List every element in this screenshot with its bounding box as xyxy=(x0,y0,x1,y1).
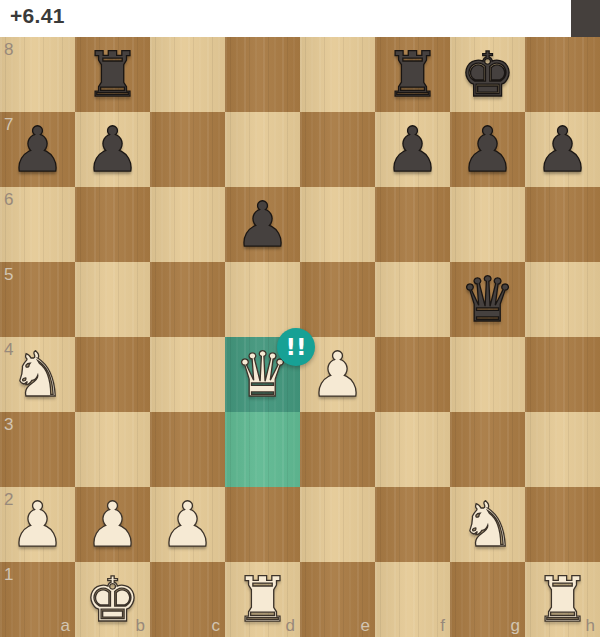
white-pawn-c2[interactable]: ♟ xyxy=(150,487,225,562)
black-king-g8[interactable]: ♚ xyxy=(450,37,525,112)
black-pawn-g7[interactable]: ♟ xyxy=(450,112,525,187)
square-g8[interactable]: ♚ xyxy=(450,37,525,112)
white-rook-d1[interactable]: ♜ xyxy=(225,562,300,637)
square-a4[interactable]: 4♞ xyxy=(0,337,75,412)
rank-label-8: 8 xyxy=(4,41,13,58)
square-b4[interactable] xyxy=(75,337,150,412)
square-e6[interactable] xyxy=(300,187,375,262)
square-e2[interactable] xyxy=(300,487,375,562)
chess-app-window: +6.41 8♜♜♚7♟♟♟♟♟6♟5♛4♞♛♟32♟♟♟♞1ab♚cd♜efg… xyxy=(0,0,600,637)
square-c2[interactable]: ♟ xyxy=(150,487,225,562)
square-f1[interactable]: f xyxy=(375,562,450,637)
square-h6[interactable] xyxy=(525,187,600,262)
white-king-b1[interactable]: ♚ xyxy=(75,562,150,637)
square-c5[interactable] xyxy=(150,262,225,337)
file-label-a: a xyxy=(61,617,70,634)
black-pawn-f7[interactable]: ♟ xyxy=(375,112,450,187)
square-a2[interactable]: 2♟ xyxy=(0,487,75,562)
header-corner-block xyxy=(571,0,600,37)
square-d1[interactable]: d♜ xyxy=(225,562,300,637)
square-e8[interactable] xyxy=(300,37,375,112)
square-a5[interactable]: 5 xyxy=(0,262,75,337)
square-g7[interactable]: ♟ xyxy=(450,112,525,187)
square-h4[interactable] xyxy=(525,337,600,412)
black-pawn-d6[interactable]: ♟ xyxy=(225,187,300,262)
square-f6[interactable] xyxy=(375,187,450,262)
square-d5[interactable] xyxy=(225,262,300,337)
white-rook-h1[interactable]: ♜ xyxy=(525,562,600,637)
square-f4[interactable] xyxy=(375,337,450,412)
white-pawn-a2[interactable]: ♟ xyxy=(0,487,75,562)
square-f8[interactable]: ♜ xyxy=(375,37,450,112)
file-label-c: c xyxy=(212,617,221,634)
white-pawn-b2[interactable]: ♟ xyxy=(75,487,150,562)
square-c6[interactable] xyxy=(150,187,225,262)
evaluation-header: +6.41 xyxy=(0,0,600,37)
white-knight-a4[interactable]: ♞ xyxy=(0,337,75,412)
square-b2[interactable]: ♟ xyxy=(75,487,150,562)
square-b5[interactable] xyxy=(75,262,150,337)
rank-label-5: 5 xyxy=(4,266,13,283)
square-a3[interactable]: 3 xyxy=(0,412,75,487)
file-label-f: f xyxy=(440,617,445,634)
square-d3[interactable] xyxy=(225,412,300,487)
square-c4[interactable] xyxy=(150,337,225,412)
square-a7[interactable]: 7♟ xyxy=(0,112,75,187)
square-c8[interactable] xyxy=(150,37,225,112)
square-g6[interactable] xyxy=(450,187,525,262)
square-g2[interactable]: ♞ xyxy=(450,487,525,562)
square-f3[interactable] xyxy=(375,412,450,487)
square-d8[interactable] xyxy=(225,37,300,112)
black-queen-g5[interactable]: ♛ xyxy=(450,262,525,337)
square-f7[interactable]: ♟ xyxy=(375,112,450,187)
square-b1[interactable]: b♚ xyxy=(75,562,150,637)
square-c1[interactable]: c xyxy=(150,562,225,637)
square-a1[interactable]: 1a xyxy=(0,562,75,637)
square-e5[interactable] xyxy=(300,262,375,337)
square-f2[interactable] xyxy=(375,487,450,562)
black-rook-b8[interactable]: ♜ xyxy=(75,37,150,112)
square-b7[interactable]: ♟ xyxy=(75,112,150,187)
square-c3[interactable] xyxy=(150,412,225,487)
black-pawn-h7[interactable]: ♟ xyxy=(525,112,600,187)
square-b3[interactable] xyxy=(75,412,150,487)
black-pawn-a7[interactable]: ♟ xyxy=(0,112,75,187)
square-h7[interactable]: ♟ xyxy=(525,112,600,187)
brilliant-move-text: !! xyxy=(286,336,307,359)
square-a8[interactable]: 8 xyxy=(0,37,75,112)
black-rook-f8[interactable]: ♜ xyxy=(375,37,450,112)
square-h3[interactable] xyxy=(525,412,600,487)
square-d7[interactable] xyxy=(225,112,300,187)
square-e7[interactable] xyxy=(300,112,375,187)
square-e3[interactable] xyxy=(300,412,375,487)
brilliant-move-badge: !! xyxy=(277,328,315,366)
square-b8[interactable]: ♜ xyxy=(75,37,150,112)
square-h2[interactable] xyxy=(525,487,600,562)
file-label-g: g xyxy=(511,617,520,634)
rank-label-3: 3 xyxy=(4,416,13,433)
square-f5[interactable] xyxy=(375,262,450,337)
square-h8[interactable] xyxy=(525,37,600,112)
square-g3[interactable] xyxy=(450,412,525,487)
rank-label-6: 6 xyxy=(4,191,13,208)
file-label-e: e xyxy=(361,617,370,634)
evaluation-score: +6.41 xyxy=(10,4,65,28)
square-h5[interactable] xyxy=(525,262,600,337)
square-e1[interactable]: e xyxy=(300,562,375,637)
square-a6[interactable]: 6 xyxy=(0,187,75,262)
white-knight-g2[interactable]: ♞ xyxy=(450,487,525,562)
square-g5[interactable]: ♛ xyxy=(450,262,525,337)
square-g4[interactable] xyxy=(450,337,525,412)
square-c7[interactable] xyxy=(150,112,225,187)
square-h1[interactable]: h♜ xyxy=(525,562,600,637)
square-b6[interactable] xyxy=(75,187,150,262)
black-pawn-b7[interactable]: ♟ xyxy=(75,112,150,187)
rank-label-1: 1 xyxy=(4,566,13,583)
square-d6[interactable]: ♟ xyxy=(225,187,300,262)
square-g1[interactable]: g xyxy=(450,562,525,637)
square-d2[interactable] xyxy=(225,487,300,562)
